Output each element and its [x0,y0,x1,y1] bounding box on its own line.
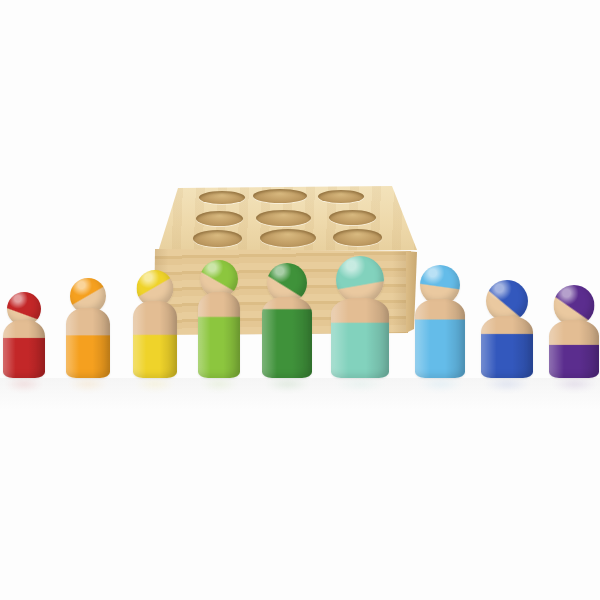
block-hole-1-2 [253,189,307,203]
peg-doll-yellow-reflection [135,378,175,390]
peg-doll-red [3,292,45,378]
peg-doll-light-green-reflection [200,378,238,390]
block-hole-3-2 [260,229,316,247]
peg-doll-red-reflection [5,378,43,390]
peg-doll-orange-body [66,308,110,378]
peg-doll-orange-reflection [68,378,108,390]
peg-doll-sky-blue-body [415,299,465,378]
peg-doll-light-green-body [198,292,240,378]
peg-doll-red-body [3,320,45,378]
block-hole-2-1 [196,211,243,226]
peg-doll-sky-blue-reflection [418,378,463,390]
block-hole-2-3 [329,210,376,225]
block-hole-2-2 [256,210,311,226]
product-photo-stage [0,0,600,600]
peg-doll-mint-body [331,298,389,378]
peg-doll-purple-body [549,320,599,378]
peg-doll-purple-reflection [552,378,597,390]
block-hole-3-1 [193,230,242,247]
peg-doll-green-body [262,297,312,378]
peg-doll-royal-blue-body [481,316,533,378]
peg-doll-mint-reflection [334,378,386,390]
peg-doll-mint-head [336,256,384,304]
block-hole-1-1 [199,191,245,204]
peg-doll-yellow-body [133,301,177,378]
peg-doll-green [262,263,312,378]
peg-doll-mint [331,256,389,378]
block-hole-1-3 [318,190,364,203]
peg-doll-royal-blue [481,280,533,378]
peg-doll-sky-blue [415,265,465,378]
block-hole-3-3 [333,229,382,246]
peg-doll-orange [66,278,110,378]
peg-doll-green-reflection [265,378,310,390]
block-top-face [152,183,418,255]
peg-doll-royal-blue-reflection [484,378,531,390]
peg-doll-light-green [198,260,240,378]
peg-doll-purple [549,285,599,378]
peg-doll-yellow [133,270,177,378]
